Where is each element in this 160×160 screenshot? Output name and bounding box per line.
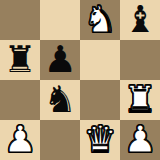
black-knight-piece[interactable]: ♞	[43, 80, 76, 120]
board-square[interactable]	[0, 80, 40, 120]
white-rook-piece[interactable]: ♜	[123, 80, 156, 120]
board-square[interactable]: ♛	[80, 120, 120, 160]
white-pawn-piece[interactable]: ♟	[3, 120, 36, 160]
black-bishop-piece[interactable]: ♝	[123, 0, 156, 40]
board-square[interactable]: ♟	[120, 120, 160, 160]
board-square[interactable]: ♝	[120, 0, 160, 40]
black-pawn-piece[interactable]: ♟	[43, 40, 76, 80]
white-pawn-piece[interactable]: ♟	[123, 120, 156, 160]
board-square[interactable]: ♜	[120, 80, 160, 120]
board-square[interactable]: ♜	[0, 40, 40, 80]
black-rook-piece[interactable]: ♜	[3, 40, 36, 80]
board-square[interactable]: ♟	[0, 120, 40, 160]
board-square[interactable]: ♞	[80, 0, 120, 40]
board-square[interactable]: ♞	[40, 80, 80, 120]
board-square[interactable]	[0, 0, 40, 40]
board-square[interactable]	[40, 0, 80, 40]
board-square[interactable]	[40, 120, 80, 160]
white-queen-piece[interactable]: ♛	[83, 120, 116, 160]
white-knight-piece[interactable]: ♞	[83, 0, 116, 40]
board-square[interactable]	[120, 40, 160, 80]
board-square[interactable]	[80, 80, 120, 120]
board-square[interactable]	[80, 40, 120, 80]
chess-board: ♞♝♜♟♞♜♟♛♟	[0, 0, 160, 160]
board-square[interactable]: ♟	[40, 40, 80, 80]
